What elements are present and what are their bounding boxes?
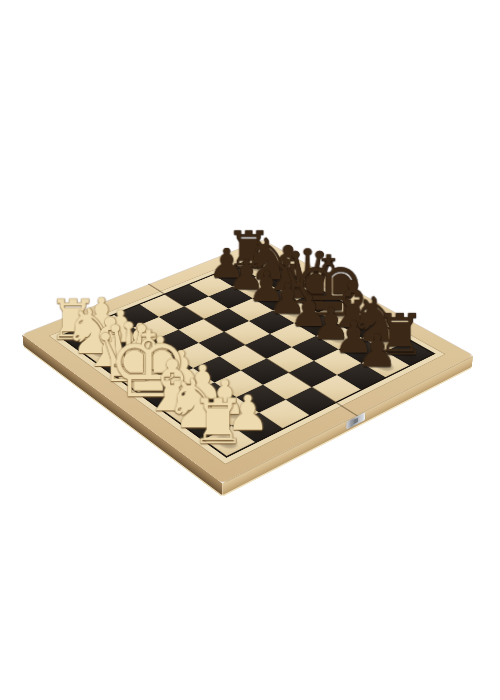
pieces-layer: ♜♞♝♛♚♝♞♜♟♟♟♟♟♟♟♟♟♟♟♟♟♟♟♟♜♞♝♛♚♝♞♜ — [61, 256, 433, 456]
white-rook: ♜ — [187, 384, 249, 446]
scene: ♜♞♝♛♚♝♞♜♟♟♟♟♟♟♟♟♟♟♟♟♟♟♟♟♜♞♝♛♚♝♞♜ — [0, 0, 500, 700]
chess-board: ♜♞♝♛♚♝♞♜♟♟♟♟♟♟♟♟♟♟♟♟♟♟♟♟♜♞♝♛♚♝♞♜ — [22, 240, 473, 483]
black-pawn: ♟ — [354, 323, 399, 368]
product-photo: ♜♞♝♛♚♝♞♜♟♟♟♟♟♟♟♟♟♟♟♟♟♟♟♟♜♞♝♛♚♝♞♜ — [0, 0, 500, 700]
clasp-icon — [346, 412, 365, 430]
